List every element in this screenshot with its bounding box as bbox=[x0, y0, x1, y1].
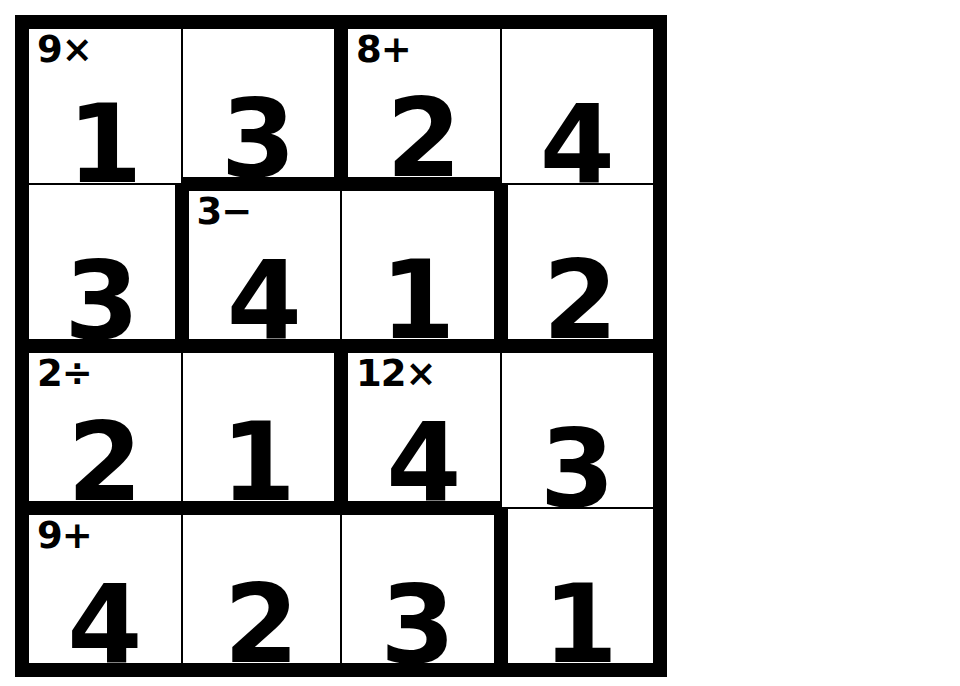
cell-r2c4[interactable]: 2 bbox=[501, 184, 661, 346]
cell-value: 1 bbox=[29, 91, 181, 199]
cell-value: 3 bbox=[342, 571, 494, 679]
cell-value: 2 bbox=[183, 571, 341, 679]
cell-value: 1 bbox=[183, 409, 335, 517]
cell-r4c4[interactable]: 1 bbox=[501, 508, 661, 670]
cell-r1c3[interactable]: 8+2 bbox=[341, 22, 501, 184]
cage-clue: 9× bbox=[37, 30, 92, 71]
cell-value: 3 bbox=[502, 415, 654, 523]
cell-value: 4 bbox=[29, 571, 181, 679]
cell-r1c1[interactable]: 9×1 bbox=[22, 22, 182, 184]
cell-value: 1 bbox=[342, 247, 494, 355]
cell-r3c2[interactable]: 1 bbox=[182, 346, 342, 508]
cell-value: 3 bbox=[29, 247, 175, 355]
cell-r3c3[interactable]: 12×4 bbox=[341, 346, 501, 508]
cell-value: 3 bbox=[183, 85, 335, 193]
cage-clue: 8+ bbox=[356, 30, 411, 71]
cell-value: 4 bbox=[189, 247, 341, 355]
cell-r3c1[interactable]: 2÷2 bbox=[22, 346, 182, 508]
cell-value: 2 bbox=[508, 247, 654, 355]
cell-r2c2[interactable]: 3−4 bbox=[182, 184, 342, 346]
cell-r1c2[interactable]: 3 bbox=[182, 22, 342, 184]
cell-value: 4 bbox=[502, 91, 654, 199]
cell-r3c4[interactable]: 3 bbox=[501, 346, 661, 508]
cell-r4c1[interactable]: 9+4 bbox=[22, 508, 182, 670]
cage-clue: 12× bbox=[356, 354, 436, 395]
cell-value: 2 bbox=[29, 409, 181, 517]
cage-clue: 9+ bbox=[37, 516, 92, 557]
page-canvas: 9×138+2433−4122÷2112×439+4231 bbox=[0, 0, 960, 686]
cell-value: 1 bbox=[508, 571, 654, 679]
cell-value: 2 bbox=[348, 85, 500, 193]
cell-r4c2[interactable]: 2 bbox=[182, 508, 342, 670]
cell-r2c1[interactable]: 3 bbox=[22, 184, 182, 346]
cell-r1c4[interactable]: 4 bbox=[501, 22, 661, 184]
cell-value: 4 bbox=[348, 409, 500, 517]
cage-clue: 2÷ bbox=[37, 354, 92, 395]
cage-clue: 3− bbox=[197, 192, 252, 233]
kenken-board: 9×138+2433−4122÷2112×439+4231 bbox=[15, 15, 667, 677]
cell-r2c3[interactable]: 1 bbox=[341, 184, 501, 346]
cell-r4c3[interactable]: 3 bbox=[341, 508, 501, 670]
